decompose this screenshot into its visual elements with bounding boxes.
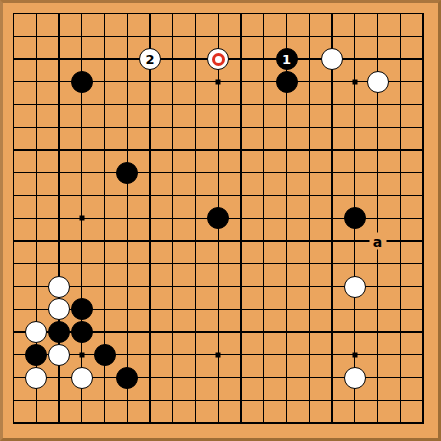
white-stone (71, 367, 93, 389)
white-stone (48, 298, 70, 320)
grid-line-vertical (331, 13, 332, 424)
white-stone-circled (207, 48, 229, 70)
grid-line-horizontal (13, 400, 424, 401)
star-point (352, 79, 357, 84)
white-stone (321, 48, 343, 70)
white-stone (25, 367, 47, 389)
black-stone (276, 71, 298, 93)
black-stone (94, 344, 116, 366)
star-point (352, 352, 357, 357)
black-stone (116, 162, 138, 184)
circle-marker-icon (212, 53, 225, 66)
white-stone (48, 344, 70, 366)
grid-line-vertical (263, 13, 264, 424)
black-stone (71, 298, 93, 320)
black-stone (71, 71, 93, 93)
black-stone (48, 321, 70, 343)
white-stone-move-2: 2 (139, 48, 161, 70)
black-stone (71, 321, 93, 343)
black-stone (25, 344, 47, 366)
grid-line-vertical (400, 13, 401, 424)
point-label-a: a (369, 233, 386, 250)
star-point (216, 79, 221, 84)
white-stone (48, 276, 70, 298)
white-stone (344, 367, 366, 389)
white-stone (25, 321, 47, 343)
grid-line-vertical (422, 13, 423, 424)
star-point (79, 352, 84, 357)
black-stone (344, 207, 366, 229)
go-board[interactable]: 21a (0, 0, 441, 441)
grid-line-vertical (240, 13, 241, 424)
white-stone (367, 71, 389, 93)
grid-line-vertical (309, 13, 310, 424)
black-stone-move-1: 1 (276, 48, 298, 70)
star-point (79, 216, 84, 221)
black-stone (207, 207, 229, 229)
black-stone (116, 367, 138, 389)
star-point (216, 352, 221, 357)
grid-line-horizontal (13, 422, 424, 423)
grid-line-horizontal (13, 263, 424, 264)
white-stone (344, 276, 366, 298)
grid-line-horizontal (13, 240, 424, 241)
